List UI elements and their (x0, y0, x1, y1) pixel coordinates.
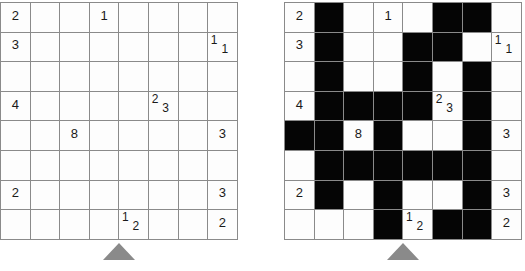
solution-cell-r3c6[interactable] (433, 62, 462, 91)
puzzle-cell-r1c7[interactable] (179, 3, 208, 32)
solution-cell-r7c4[interactable] (374, 181, 403, 210)
puzzle-cell-r6c4[interactable] (90, 151, 119, 180)
puzzle-cell-r6c6[interactable] (149, 151, 178, 180)
puzzle-cell-r6c2[interactable] (31, 151, 60, 180)
puzzle-cell-r1c6[interactable] (149, 3, 178, 32)
solution-cell-r5c7[interactable] (463, 121, 492, 150)
clue-number: 2 (12, 186, 19, 203)
clue-number: 4 (296, 98, 303, 115)
puzzle-cell-r6c3[interactable] (60, 151, 89, 180)
clue-number: 2 (12, 9, 19, 26)
puzzle-cell-r1c2[interactable] (31, 3, 60, 32)
puzzle-cell-r8c6[interactable] (149, 210, 178, 239)
clue-number: 2 (503, 216, 510, 233)
puzzle-cell-r5c7[interactable] (179, 121, 208, 150)
solution-cell-r8c1[interactable] (285, 210, 314, 239)
solution-cell-r2c1[interactable]: 3 (285, 33, 314, 62)
solution-cell-r1c1[interactable]: 2 (285, 3, 314, 32)
puzzle-cell-r8c2[interactable] (31, 210, 60, 239)
clue-number: 2 (296, 9, 303, 26)
solution-cell-r3c5[interactable] (403, 62, 432, 91)
solution-board: 213114238323122 (284, 2, 522, 240)
clue-number: 8 (355, 127, 362, 144)
solution-cell-r2c6[interactable] (433, 33, 462, 62)
puzzle-board: 213114238323122 (0, 2, 238, 240)
solution-cell-r4c7[interactable] (463, 92, 492, 121)
solution-cell-r4c1[interactable]: 4 (285, 92, 314, 121)
solution-cell-r8c5[interactable]: 12 (403, 210, 432, 239)
puzzle-cell-r3c1[interactable] (1, 62, 30, 91)
clue-number: 2 (219, 216, 226, 233)
solution-cell-r8c3[interactable] (344, 210, 373, 239)
solution-cell-r6c2[interactable] (315, 151, 344, 180)
puzzle-cell-r5c8[interactable]: 3 (208, 121, 237, 150)
solution-cell-r3c4[interactable] (374, 62, 403, 91)
solution-cell-r6c6[interactable] (433, 151, 462, 180)
puzzle-cell-r1c1[interactable]: 2 (1, 3, 30, 32)
solution-cell-r6c3[interactable] (344, 151, 373, 180)
puzzle-cell-r1c3[interactable] (60, 3, 89, 32)
clue-number-second: 2 (413, 220, 427, 232)
puzzle-cell-r7c3[interactable] (60, 181, 89, 210)
solution-cell-r8c6[interactable] (433, 210, 462, 239)
clue-number-second: 3 (443, 102, 457, 114)
puzzle-cell-r3c6[interactable] (149, 62, 178, 91)
clue-number-second: 2 (129, 220, 143, 232)
puzzle-cell-r2c6[interactable] (149, 33, 178, 62)
puzzle-cell-r4c6[interactable]: 23 (149, 92, 178, 121)
solution-cell-r7c1[interactable]: 2 (285, 181, 314, 210)
puzzle-board-pointer-icon (103, 243, 135, 260)
puzzle-cell-r7c6[interactable] (149, 181, 178, 210)
clue-number: 3 (219, 186, 226, 203)
clue-number-second: 1 (502, 43, 516, 55)
solution-board-pointer-icon (387, 243, 419, 260)
clue-number: 1 (384, 9, 391, 26)
solution-cell-r1c4[interactable]: 1 (374, 3, 403, 32)
puzzle-cell-r1c8[interactable] (208, 3, 237, 32)
clue-number-second: 1 (218, 43, 232, 55)
clue-number: 3 (12, 38, 19, 55)
puzzle-cell-r2c5[interactable] (119, 33, 148, 62)
puzzle-cell-r2c1[interactable]: 3 (1, 33, 30, 62)
puzzle-cell-r3c7[interactable] (179, 62, 208, 91)
solution-cell-r5c3[interactable]: 8 (344, 121, 373, 150)
solution-cell-r2c7[interactable] (463, 33, 492, 62)
solution-cell-r8c8[interactable]: 2 (492, 210, 521, 239)
solution-cell-r6c5[interactable] (403, 151, 432, 180)
solution-cell-r7c5[interactable] (403, 181, 432, 210)
solution-cell-r5c5[interactable] (403, 121, 432, 150)
puzzle-cell-r6c7[interactable] (179, 151, 208, 180)
solution-cell-r2c3[interactable] (344, 33, 373, 62)
clue-number: 1 (100, 9, 107, 26)
puzzle-cell-r3c2[interactable] (31, 62, 60, 91)
solution-cell-r5c4[interactable] (374, 121, 403, 150)
puzzle-cell-r7c5[interactable] (119, 181, 148, 210)
solution-cell-r4c2[interactable] (315, 92, 344, 121)
puzzle-cell-r5c6[interactable] (149, 121, 178, 150)
clue-number-second: 3 (159, 102, 173, 114)
puzzle-cell-r4c2[interactable] (31, 92, 60, 121)
puzzle-cell-r5c1[interactable] (1, 121, 30, 150)
solution-cell-r6c8[interactable] (492, 151, 521, 180)
solution-cell-r8c2[interactable] (315, 210, 344, 239)
solution-cell-r8c4[interactable] (374, 210, 403, 239)
solution-cell-r5c2[interactable] (315, 121, 344, 150)
puzzle-cell-r8c7[interactable] (179, 210, 208, 239)
solution-cell-r7c3[interactable] (344, 181, 373, 210)
solution-cell-r1c5[interactable] (403, 3, 432, 32)
solution-cell-r2c2[interactable] (315, 33, 344, 62)
puzzle-cell-r2c8[interactable]: 11 (208, 33, 237, 62)
puzzle-cell-r4c1[interactable]: 4 (1, 92, 30, 121)
puzzle-cell-r3c3[interactable] (60, 62, 89, 91)
puzzle-cell-r4c8[interactable] (208, 92, 237, 121)
solution-cell-r4c8[interactable] (492, 92, 521, 121)
solution-cell-r6c7[interactable] (463, 151, 492, 180)
solution-cell-r7c2[interactable] (315, 181, 344, 210)
puzzle-cell-r2c4[interactable] (90, 33, 119, 62)
solution-cell-r4c3[interactable] (344, 92, 373, 121)
clue-number: 8 (71, 127, 78, 144)
puzzle-cell-r7c7[interactable] (179, 181, 208, 210)
solution-cell-r3c1[interactable] (285, 62, 314, 91)
puzzle-cell-r8c3[interactable] (60, 210, 89, 239)
puzzle-cell-r5c2[interactable] (31, 121, 60, 150)
puzzle-cell-r4c7[interactable] (179, 92, 208, 121)
puzzle-cell-r7c1[interactable]: 2 (1, 181, 30, 210)
puzzle-cell-r5c3[interactable]: 8 (60, 121, 89, 150)
puzzle-cell-r3c8[interactable] (208, 62, 237, 91)
solution-cell-r5c6[interactable] (433, 121, 462, 150)
puzzle-cell-r8c5[interactable]: 12 (119, 210, 148, 239)
solution-cell-r4c4[interactable] (374, 92, 403, 121)
puzzle-cell-r4c5[interactable] (119, 92, 148, 121)
puzzle-cell-r7c2[interactable] (31, 181, 60, 210)
puzzle-cell-r6c1[interactable] (1, 151, 30, 180)
puzzle-cell-r6c5[interactable] (119, 151, 148, 180)
puzzle-cell-r1c4[interactable]: 1 (90, 3, 119, 32)
solution-cell-r2c5[interactable] (403, 33, 432, 62)
solution-cell-r3c3[interactable] (344, 62, 373, 91)
puzzle-cell-r5c5[interactable] (119, 121, 148, 150)
clue-number: 3 (503, 186, 510, 203)
puzzle-cell-r8c1[interactable] (1, 210, 30, 239)
solution-cell-r1c6[interactable] (433, 3, 462, 32)
clue-number: 3 (219, 127, 226, 144)
puzzle-cell-r4c3[interactable] (60, 92, 89, 121)
solution-cell-r7c6[interactable] (433, 181, 462, 210)
solution-cell-r5c8[interactable]: 3 (492, 121, 521, 150)
solution-cell-r1c8[interactable] (492, 3, 521, 32)
puzzle-cell-r3c5[interactable] (119, 62, 148, 91)
solution-cell-r2c4[interactable] (374, 33, 403, 62)
solution-cell-r7c8[interactable]: 3 (492, 181, 521, 210)
puzzle-cell-r1c5[interactable] (119, 3, 148, 32)
puzzle-cell-r2c7[interactable] (179, 33, 208, 62)
puzzle-cell-r8c8[interactable]: 2 (208, 210, 237, 239)
clue-number: 3 (503, 127, 510, 144)
solution-cell-r7c7[interactable] (463, 181, 492, 210)
solution-cell-r3c8[interactable] (492, 62, 521, 91)
clue-number: 4 (12, 98, 19, 115)
solution-cell-r4c5[interactable] (403, 92, 432, 121)
solution-cell-r3c7[interactable] (463, 62, 492, 91)
solution-cell-r8c7[interactable] (463, 210, 492, 239)
puzzle-cell-r7c4[interactable] (90, 181, 119, 210)
solution-cell-r5c1[interactable] (285, 121, 314, 150)
puzzle-cell-r4c4[interactable] (90, 92, 119, 121)
puzzle-cell-r8c4[interactable] (90, 210, 119, 239)
clue-number: 2 (296, 186, 303, 203)
puzzle-cell-r6c8[interactable] (208, 151, 237, 180)
puzzle-cell-r5c4[interactable] (90, 121, 119, 150)
solution-cell-r1c7[interactable] (463, 3, 492, 32)
solution-cell-r6c4[interactable] (374, 151, 403, 180)
solution-cell-r4c6[interactable]: 23 (433, 92, 462, 121)
solution-cell-r2c8[interactable]: 11 (492, 33, 521, 62)
puzzle-cell-r7c8[interactable]: 3 (208, 181, 237, 210)
solution-cell-r3c2[interactable] (315, 62, 344, 91)
puzzle-cell-r3c4[interactable] (90, 62, 119, 91)
solution-cell-r6c1[interactable] (285, 151, 314, 180)
puzzle-cell-r2c3[interactable] (60, 33, 89, 62)
clue-number: 3 (296, 38, 303, 55)
tapa-screen: 213114238323122 213114238323122 (0, 0, 525, 271)
puzzle-cell-r2c2[interactable] (31, 33, 60, 62)
solution-cell-r1c2[interactable] (315, 3, 344, 32)
solution-cell-r1c3[interactable] (344, 3, 373, 32)
